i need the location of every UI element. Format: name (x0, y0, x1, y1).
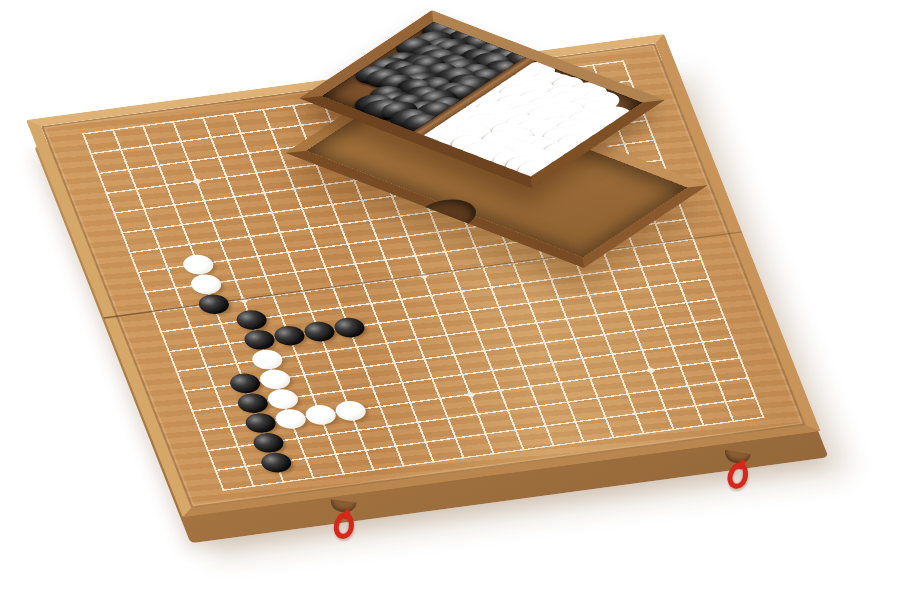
black-stone-gl (331, 316, 368, 339)
black-stone-el (271, 324, 308, 347)
black-stone-fl (301, 320, 338, 343)
white-stone-do (264, 387, 301, 410)
black-stone-dl (241, 328, 278, 351)
black-stone-cn (226, 372, 263, 395)
white-stone-dn (256, 368, 293, 391)
black-stone-cp (242, 411, 279, 434)
white-stone-dm (248, 348, 285, 371)
star-point-16-16 (645, 367, 655, 374)
star-point-10-16 (465, 391, 475, 398)
white-stone-ep (302, 403, 339, 426)
black-stone-cj (195, 292, 232, 315)
white-stone-ci (187, 273, 224, 296)
black-stone-dk (233, 308, 270, 331)
black-stone-co (234, 391, 271, 414)
go-set-product-photo (0, 0, 900, 600)
star-point-4-4 (192, 178, 202, 185)
white-stone-ch (179, 253, 216, 276)
black-stone-cq (250, 431, 287, 454)
white-stone-dp (272, 407, 309, 430)
black-stone-cr (257, 451, 294, 474)
white-stone-fp (332, 399, 369, 422)
